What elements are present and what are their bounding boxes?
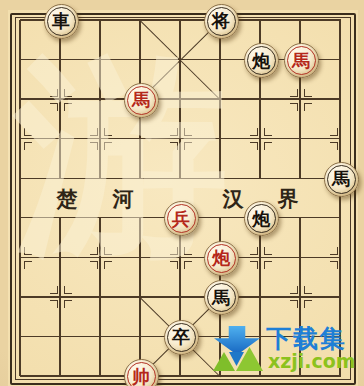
piece-black-炮[interactable]: 炮 [244,43,279,78]
piece-glyph: 馬 [212,288,230,306]
piece-glyph: 兵 [172,209,190,227]
piece-glyph: 車 [52,12,70,30]
piece-black-炮[interactable]: 炮 [244,201,279,236]
piece-glyph: 帅 [132,367,150,385]
piece-ring: 兵 [167,204,196,233]
piece-black-車[interactable]: 車 [44,4,79,39]
piece-glyph: 卒 [172,328,190,346]
piece-red-馬[interactable]: 馬 [284,43,319,78]
piece-glyph: 将 [212,12,230,30]
piece-red-炮[interactable]: 炮 [204,241,239,276]
river-label-chu: 楚 [51,186,83,212]
piece-glyph: 炮 [212,249,230,267]
piece-ring: 卒 [167,323,196,352]
river-label-he: 河 [107,186,139,212]
piece-ring: 炮 [247,204,276,233]
piece-black-将[interactable]: 将 [204,4,239,39]
piece-ring: 馬 [287,46,316,75]
piece-glyph: 馬 [132,91,150,109]
piece-ring: 車 [47,7,76,36]
piece-ring: 馬 [207,283,236,312]
piece-glyph: 馬 [292,51,310,69]
piece-glyph: 炮 [252,51,270,69]
piece-red-兵[interactable]: 兵 [164,201,199,236]
piece-ring: 馬 [127,86,156,115]
piece-black-馬[interactable]: 馬 [324,162,359,197]
piece-ring: 将 [207,7,236,36]
piece-ring: 炮 [247,46,276,75]
piece-ring: 馬 [327,165,356,194]
piece-red-馬[interactable]: 馬 [124,83,159,118]
river-label-jie: 界 [272,186,304,212]
xiangqi-board[interactable]: 游 楚 河 汉 界 車将炮馬馬馬兵炮炮馬卒帅 [0,0,364,386]
piece-ring: 帅 [127,362,156,386]
piece-glyph: 馬 [332,170,350,188]
river-label-han: 汉 [217,186,249,212]
piece-black-卒[interactable]: 卒 [164,320,199,355]
piece-ring: 炮 [207,244,236,273]
piece-black-馬[interactable]: 馬 [204,280,239,315]
piece-glyph: 炮 [252,209,270,227]
piece-red-帅[interactable]: 帅 [124,359,159,386]
